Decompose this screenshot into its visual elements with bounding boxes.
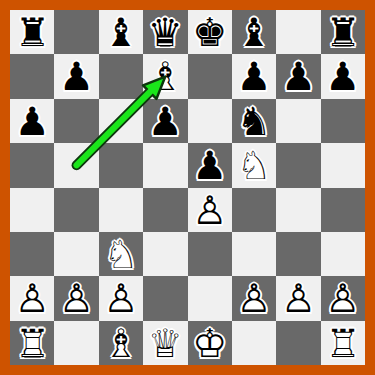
square-h6[interactable] — [321, 99, 365, 143]
piece-black-rook-a8[interactable]: ♜ — [10, 10, 54, 54]
square-b6[interactable] — [54, 99, 98, 143]
square-g4[interactable] — [276, 188, 320, 232]
piece-black-pawn-h7[interactable]: ♟ — [321, 54, 365, 98]
square-c4[interactable] — [99, 188, 143, 232]
square-c1[interactable]: ♝♗ — [99, 321, 143, 365]
piece-white-rook-a1[interactable]: ♖ — [10, 321, 54, 365]
square-a7[interactable] — [10, 54, 54, 98]
piece-black-pawn-b7[interactable]: ♟ — [54, 54, 98, 98]
square-g3[interactable] — [276, 232, 320, 276]
square-e6[interactable] — [188, 99, 232, 143]
square-e3[interactable] — [188, 232, 232, 276]
piece-white-pawn-f2[interactable]: ♙ — [232, 276, 276, 320]
piece-white-rook-h1[interactable]: ♖ — [321, 321, 365, 365]
square-e7[interactable] — [188, 54, 232, 98]
piece-black-pawn-a6[interactable]: ♟ — [10, 99, 54, 143]
square-c3[interactable]: ♞♘ — [99, 232, 143, 276]
square-a1[interactable]: ♜♖ — [10, 321, 54, 365]
square-d6[interactable]: ♟ — [143, 99, 187, 143]
piece-white-pawn-a2[interactable]: ♙ — [10, 276, 54, 320]
piece-black-bishop-f8[interactable]: ♝ — [232, 10, 276, 54]
piece-white-knight-f5[interactable]: ♘ — [232, 143, 276, 187]
square-b5[interactable] — [54, 143, 98, 187]
square-b3[interactable] — [54, 232, 98, 276]
piece-black-rook-h8[interactable]: ♜ — [321, 10, 365, 54]
square-b1[interactable] — [54, 321, 98, 365]
square-a6[interactable]: ♟ — [10, 99, 54, 143]
square-h5[interactable] — [321, 143, 365, 187]
square-d8[interactable]: ♛ — [143, 10, 187, 54]
piece-black-pawn-e5[interactable]: ♟ — [188, 143, 232, 187]
square-c6[interactable] — [99, 99, 143, 143]
square-g1[interactable] — [276, 321, 320, 365]
piece-white-queen-d1[interactable]: ♕ — [143, 321, 187, 365]
square-f3[interactable] — [232, 232, 276, 276]
piece-black-pawn-f7[interactable]: ♟ — [232, 54, 276, 98]
piece-white-pawn-c2[interactable]: ♙ — [99, 276, 143, 320]
piece-white-pawn-g2[interactable]: ♙ — [276, 276, 320, 320]
square-a8[interactable]: ♜ — [10, 10, 54, 54]
square-b8[interactable] — [54, 10, 98, 54]
piece-white-pawn-e4[interactable]: ♙ — [188, 188, 232, 232]
piece-black-bishop-c8[interactable]: ♝ — [99, 10, 143, 54]
square-f6[interactable]: ♞ — [232, 99, 276, 143]
piece-white-bishop-d7[interactable]: ♗ — [143, 54, 187, 98]
square-b4[interactable] — [54, 188, 98, 232]
piece-black-king-e8[interactable]: ♚ — [188, 10, 232, 54]
piece-black-pawn-g7[interactable]: ♟ — [276, 54, 320, 98]
square-c2[interactable]: ♟♙ — [99, 276, 143, 320]
square-f4[interactable] — [232, 188, 276, 232]
square-a3[interactable] — [10, 232, 54, 276]
square-d4[interactable] — [143, 188, 187, 232]
square-g5[interactable] — [276, 143, 320, 187]
square-g2[interactable]: ♟♙ — [276, 276, 320, 320]
square-g7[interactable]: ♟ — [276, 54, 320, 98]
square-e4[interactable]: ♟♙ — [188, 188, 232, 232]
square-a4[interactable] — [10, 188, 54, 232]
square-f5[interactable]: ♞♘ — [232, 143, 276, 187]
square-f8[interactable]: ♝ — [232, 10, 276, 54]
piece-white-pawn-h2[interactable]: ♙ — [321, 276, 365, 320]
square-e2[interactable] — [188, 276, 232, 320]
chess-board: ♜♝♛♚♝♜♟♝♗♟♟♟♟♟♞♟♞♘♟♙♞♘♟♙♟♙♟♙♟♙♟♙♟♙♜♖♝♗♛♕… — [10, 10, 365, 365]
square-h3[interactable] — [321, 232, 365, 276]
piece-white-king-e1[interactable]: ♔ — [188, 321, 232, 365]
board-frame: ♜♝♛♚♝♜♟♝♗♟♟♟♟♟♞♟♞♘♟♙♞♘♟♙♟♙♟♙♟♙♟♙♟♙♜♖♝♗♛♕… — [0, 0, 375, 375]
square-f2[interactable]: ♟♙ — [232, 276, 276, 320]
square-h4[interactable] — [321, 188, 365, 232]
piece-white-pawn-b2[interactable]: ♙ — [54, 276, 98, 320]
square-d1[interactable]: ♛♕ — [143, 321, 187, 365]
piece-white-bishop-c1[interactable]: ♗ — [99, 321, 143, 365]
square-d5[interactable] — [143, 143, 187, 187]
square-b2[interactable]: ♟♙ — [54, 276, 98, 320]
piece-black-knight-f6[interactable]: ♞ — [232, 99, 276, 143]
piece-black-pawn-d6[interactable]: ♟ — [143, 99, 187, 143]
square-a5[interactable] — [10, 143, 54, 187]
piece-black-queen-d8[interactable]: ♛ — [143, 10, 187, 54]
square-d3[interactable] — [143, 232, 187, 276]
square-e1[interactable]: ♚♔ — [188, 321, 232, 365]
square-h1[interactable]: ♜♖ — [321, 321, 365, 365]
square-e5[interactable]: ♟ — [188, 143, 232, 187]
square-h8[interactable]: ♜ — [321, 10, 365, 54]
piece-white-knight-c3[interactable]: ♘ — [99, 232, 143, 276]
square-c5[interactable] — [99, 143, 143, 187]
square-d7[interactable]: ♝♗ — [143, 54, 187, 98]
square-h7[interactable]: ♟ — [321, 54, 365, 98]
square-c8[interactable]: ♝ — [99, 10, 143, 54]
square-f7[interactable]: ♟ — [232, 54, 276, 98]
square-b7[interactable]: ♟ — [54, 54, 98, 98]
square-g6[interactable] — [276, 99, 320, 143]
square-d2[interactable] — [143, 276, 187, 320]
square-h2[interactable]: ♟♙ — [321, 276, 365, 320]
square-c7[interactable] — [99, 54, 143, 98]
square-a2[interactable]: ♟♙ — [10, 276, 54, 320]
square-f1[interactable] — [232, 321, 276, 365]
square-g8[interactable] — [276, 10, 320, 54]
square-e8[interactable]: ♚ — [188, 10, 232, 54]
